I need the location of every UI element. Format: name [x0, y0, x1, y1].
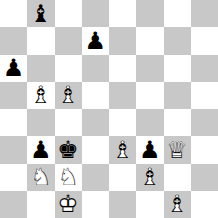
square-e6[interactable]	[109, 55, 136, 82]
piece-wQ-g3: ♛♕	[166, 138, 188, 162]
square-h8[interactable]	[191, 0, 218, 27]
square-e3[interactable]: ♝♗	[109, 136, 136, 163]
square-e1[interactable]	[109, 191, 136, 218]
square-e4[interactable]	[109, 109, 136, 136]
square-e5[interactable]	[109, 82, 136, 109]
square-e8[interactable]	[109, 0, 136, 27]
square-a5[interactable]	[0, 82, 27, 109]
square-c7[interactable]	[55, 27, 82, 54]
square-c8[interactable]	[55, 0, 82, 27]
square-d5[interactable]	[82, 82, 109, 109]
square-g3[interactable]: ♛♕	[164, 136, 191, 163]
square-d6[interactable]	[82, 55, 109, 82]
piece-wB-e3: ♝♗	[112, 138, 134, 162]
square-c4[interactable]	[55, 109, 82, 136]
piece-wN-c2: ♞♘	[57, 165, 79, 189]
square-h3[interactable]	[191, 136, 218, 163]
square-c6[interactable]	[55, 55, 82, 82]
square-b3[interactable]: ♟	[27, 136, 54, 163]
square-g4[interactable]	[164, 109, 191, 136]
square-a3[interactable]	[0, 136, 27, 163]
piece-wB-g1: ♝♗	[166, 192, 188, 216]
square-g7[interactable]	[164, 27, 191, 54]
square-h4[interactable]	[191, 109, 218, 136]
square-h5[interactable]	[191, 82, 218, 109]
square-b2[interactable]: ♞♘	[27, 164, 54, 191]
square-a7[interactable]	[0, 27, 27, 54]
square-d8[interactable]	[82, 0, 109, 27]
square-f2[interactable]: ♝♗	[136, 164, 163, 191]
square-a8[interactable]	[0, 0, 27, 27]
square-g1[interactable]: ♝♗	[164, 191, 191, 218]
piece-wB-b5: ♝♗	[30, 83, 52, 107]
square-d3[interactable]	[82, 136, 109, 163]
square-f7[interactable]	[136, 27, 163, 54]
square-f4[interactable]	[136, 109, 163, 136]
square-b6[interactable]	[27, 55, 54, 82]
square-a6[interactable]: ♟	[0, 55, 27, 82]
square-h6[interactable]	[191, 55, 218, 82]
square-d2[interactable]	[82, 164, 109, 191]
piece-bB-b8: ♝	[30, 2, 52, 26]
square-h1[interactable]	[191, 191, 218, 218]
square-d1[interactable]	[82, 191, 109, 218]
chess-board: ♝♟♟♝♗♝♗♟♚♝♗♟♛♕♞♘♞♘♝♗♚♔♝♗	[0, 0, 218, 218]
square-g6[interactable]	[164, 55, 191, 82]
square-c1[interactable]: ♚♔	[55, 191, 82, 218]
piece-wB-c5: ♝♗	[57, 83, 79, 107]
square-h2[interactable]	[191, 164, 218, 191]
piece-wN-b2: ♞♘	[30, 165, 52, 189]
square-f6[interactable]	[136, 55, 163, 82]
square-b1[interactable]	[27, 191, 54, 218]
square-b5[interactable]: ♝♗	[27, 82, 54, 109]
square-f8[interactable]	[136, 0, 163, 27]
square-a2[interactable]	[0, 164, 27, 191]
square-g2[interactable]	[164, 164, 191, 191]
square-c3[interactable]: ♚	[55, 136, 82, 163]
square-g8[interactable]	[164, 0, 191, 27]
square-d4[interactable]	[82, 109, 109, 136]
square-b4[interactable]	[27, 109, 54, 136]
square-g5[interactable]	[164, 82, 191, 109]
square-b7[interactable]	[27, 27, 54, 54]
square-c2[interactable]: ♞♘	[55, 164, 82, 191]
piece-wB-f2: ♝♗	[139, 165, 161, 189]
square-a1[interactable]	[0, 191, 27, 218]
piece-bP-b3: ♟	[30, 138, 52, 162]
square-e7[interactable]	[109, 27, 136, 54]
square-f3[interactable]: ♟	[136, 136, 163, 163]
square-d7[interactable]: ♟	[82, 27, 109, 54]
square-b8[interactable]: ♝	[27, 0, 54, 27]
piece-wK-c1: ♚♔	[57, 192, 79, 216]
square-c5[interactable]: ♝♗	[55, 82, 82, 109]
square-h7[interactable]	[191, 27, 218, 54]
piece-bP-a6: ♟	[3, 56, 25, 80]
square-a4[interactable]	[0, 109, 27, 136]
square-e2[interactable]	[109, 164, 136, 191]
piece-bP-f3: ♟	[139, 138, 161, 162]
piece-bK-c3: ♚	[57, 138, 79, 162]
square-f5[interactable]	[136, 82, 163, 109]
square-f1[interactable]	[136, 191, 163, 218]
piece-bP-d7: ♟	[85, 29, 107, 53]
